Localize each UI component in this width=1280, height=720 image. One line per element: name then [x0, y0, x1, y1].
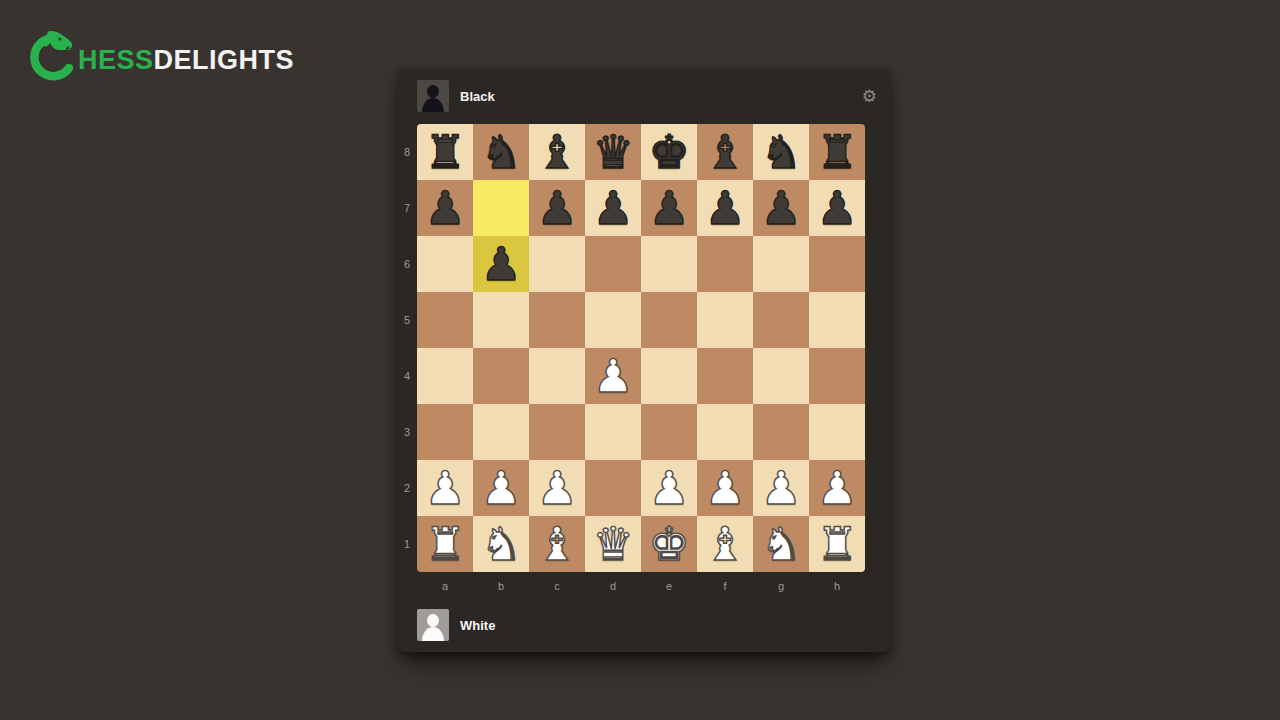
piece-white-knight: ♞: [760, 521, 801, 567]
square-e4[interactable]: [641, 348, 697, 404]
square-b4[interactable]: [473, 348, 529, 404]
square-c4[interactable]: [529, 348, 585, 404]
square-b6[interactable]: ♟: [473, 236, 529, 292]
square-b3[interactable]: [473, 404, 529, 460]
square-f1[interactable]: ♝: [697, 516, 753, 572]
board-area: 87654321 ♜♞♝♛♚♝♞♜♟♟♟♟♟♟♟♟♟♟♟♟♟♟♟♟♜♞♝♛♚♝♞…: [397, 124, 891, 572]
avatar-torso-icon: [422, 627, 444, 641]
square-b2[interactable]: ♟: [473, 460, 529, 516]
square-c3[interactable]: [529, 404, 585, 460]
piece-black-pawn: ♟: [816, 185, 857, 231]
piece-white-pawn: ♟: [648, 465, 689, 511]
piece-black-knight: ♞: [480, 129, 521, 175]
brand-logo: HESSDELIGHTS: [24, 28, 294, 84]
file-label-h: h: [809, 580, 865, 592]
square-g7[interactable]: ♟: [753, 180, 809, 236]
player-bar-black: Black ⚙: [397, 68, 891, 124]
piece-black-pawn: ♟: [648, 185, 689, 231]
avatar-head-icon: [427, 85, 439, 98]
rank-label-3: 3: [397, 404, 417, 460]
black-player-avatar: [417, 80, 449, 112]
piece-white-rook: ♜: [816, 521, 857, 567]
piece-black-knight: ♞: [760, 129, 801, 175]
piece-white-rook: ♜: [424, 521, 465, 567]
piece-white-pawn: ♟: [480, 465, 521, 511]
piece-white-pawn: ♟: [424, 465, 465, 511]
piece-black-king: ♚: [648, 129, 689, 175]
rank-labels: 87654321: [397, 124, 417, 572]
brand-text-secondary: DELIGHTS: [154, 45, 295, 75]
white-player-avatar: [417, 609, 449, 641]
avatar-torso-icon: [422, 98, 444, 112]
piece-black-pawn: ♟: [760, 185, 801, 231]
square-a1[interactable]: ♜: [417, 516, 473, 572]
piece-black-rook: ♜: [424, 129, 465, 175]
piece-black-pawn: ♟: [536, 185, 577, 231]
square-d4[interactable]: ♟: [585, 348, 641, 404]
square-h3[interactable]: [809, 404, 865, 460]
file-label-c: c: [529, 580, 585, 592]
square-f7[interactable]: ♟: [697, 180, 753, 236]
square-g2[interactable]: ♟: [753, 460, 809, 516]
square-f4[interactable]: [697, 348, 753, 404]
square-d8[interactable]: ♛: [585, 124, 641, 180]
rank-label-8: 8: [397, 124, 417, 180]
piece-black-pawn: ♟: [592, 185, 633, 231]
piece-white-bishop: ♝: [704, 521, 745, 567]
square-e6[interactable]: [641, 236, 697, 292]
piece-black-bishop: ♝: [704, 129, 745, 175]
square-c8[interactable]: ♝: [529, 124, 585, 180]
square-h2[interactable]: ♟: [809, 460, 865, 516]
square-h1[interactable]: ♜: [809, 516, 865, 572]
square-a8[interactable]: ♜: [417, 124, 473, 180]
file-label-g: g: [753, 580, 809, 592]
square-h7[interactable]: ♟: [809, 180, 865, 236]
square-d2[interactable]: [585, 460, 641, 516]
file-labels: abcdefgh: [417, 572, 865, 600]
square-b5[interactable]: [473, 292, 529, 348]
file-label-b: b: [473, 580, 529, 592]
square-c1[interactable]: ♝: [529, 516, 585, 572]
square-b7[interactable]: [473, 180, 529, 236]
square-b1[interactable]: ♞: [473, 516, 529, 572]
square-d3[interactable]: [585, 404, 641, 460]
square-d1[interactable]: ♛: [585, 516, 641, 572]
square-c2[interactable]: ♟: [529, 460, 585, 516]
piece-black-queen: ♛: [592, 129, 633, 175]
square-e1[interactable]: ♚: [641, 516, 697, 572]
avatar-head-icon: [427, 614, 439, 627]
square-f6[interactable]: [697, 236, 753, 292]
chess-board: ♜♞♝♛♚♝♞♜♟♟♟♟♟♟♟♟♟♟♟♟♟♟♟♟♜♞♝♛♚♝♞♜: [417, 124, 865, 572]
piece-black-pawn: ♟: [704, 185, 745, 231]
rank-label-2: 2: [397, 460, 417, 516]
square-e7[interactable]: ♟: [641, 180, 697, 236]
square-f3[interactable]: [697, 404, 753, 460]
rank-label-4: 4: [397, 348, 417, 404]
piece-black-bishop: ♝: [536, 129, 577, 175]
square-d7[interactable]: ♟: [585, 180, 641, 236]
piece-black-pawn: ♟: [424, 185, 465, 231]
square-e3[interactable]: [641, 404, 697, 460]
square-b8[interactable]: ♞: [473, 124, 529, 180]
square-a2[interactable]: ♟: [417, 460, 473, 516]
square-a3[interactable]: [417, 404, 473, 460]
square-d5[interactable]: [585, 292, 641, 348]
square-e2[interactable]: ♟: [641, 460, 697, 516]
square-a4[interactable]: [417, 348, 473, 404]
rank-label-6: 6: [397, 236, 417, 292]
knight-horse-logo-icon: [24, 28, 76, 84]
piece-white-pawn: ♟: [760, 465, 801, 511]
square-c7[interactable]: ♟: [529, 180, 585, 236]
square-f2[interactable]: ♟: [697, 460, 753, 516]
square-d6[interactable]: [585, 236, 641, 292]
square-g3[interactable]: [753, 404, 809, 460]
square-g1[interactable]: ♞: [753, 516, 809, 572]
file-label-d: d: [585, 580, 641, 592]
square-c6[interactable]: [529, 236, 585, 292]
piece-white-pawn: ♟: [816, 465, 857, 511]
black-player-name: Black: [460, 89, 495, 104]
square-h8[interactable]: ♜: [809, 124, 865, 180]
rank-label-5: 5: [397, 292, 417, 348]
square-h4[interactable]: [809, 348, 865, 404]
square-e8[interactable]: ♚: [641, 124, 697, 180]
piece-white-pawn: ♟: [536, 465, 577, 511]
rank-label-7: 7: [397, 180, 417, 236]
file-label-e: e: [641, 580, 697, 592]
square-a6[interactable]: [417, 236, 473, 292]
piece-white-bishop: ♝: [536, 521, 577, 567]
brand-wordmark: HESSDELIGHTS: [78, 45, 294, 76]
player-bar-white: White: [397, 600, 891, 652]
square-g6[interactable]: [753, 236, 809, 292]
square-f5[interactable]: [697, 292, 753, 348]
file-label-a: a: [417, 580, 473, 592]
square-f8[interactable]: ♝: [697, 124, 753, 180]
piece-white-pawn: ♟: [592, 353, 633, 399]
game-panel: Black ⚙ 87654321 ♜♞♝♛♚♝♞♜♟♟♟♟♟♟♟♟♟♟♟♟♟♟♟…: [397, 68, 891, 652]
square-h6[interactable]: [809, 236, 865, 292]
piece-black-rook: ♜: [816, 129, 857, 175]
piece-white-queen: ♛: [592, 521, 633, 567]
square-g5[interactable]: [753, 292, 809, 348]
piece-black-pawn: ♟: [480, 241, 521, 287]
piece-white-king: ♚: [648, 521, 689, 567]
piece-white-knight: ♞: [480, 521, 521, 567]
square-a5[interactable]: [417, 292, 473, 348]
square-a7[interactable]: ♟: [417, 180, 473, 236]
square-e5[interactable]: [641, 292, 697, 348]
square-c5[interactable]: [529, 292, 585, 348]
piece-white-pawn: ♟: [704, 465, 745, 511]
square-g4[interactable]: [753, 348, 809, 404]
file-label-f: f: [697, 580, 753, 592]
square-h5[interactable]: [809, 292, 865, 348]
brand-text-primary: HESS: [78, 45, 154, 75]
settings-gear-icon[interactable]: ⚙: [862, 88, 877, 105]
square-g8[interactable]: ♞: [753, 124, 809, 180]
rank-label-1: 1: [397, 516, 417, 572]
white-player-name: White: [460, 618, 495, 633]
